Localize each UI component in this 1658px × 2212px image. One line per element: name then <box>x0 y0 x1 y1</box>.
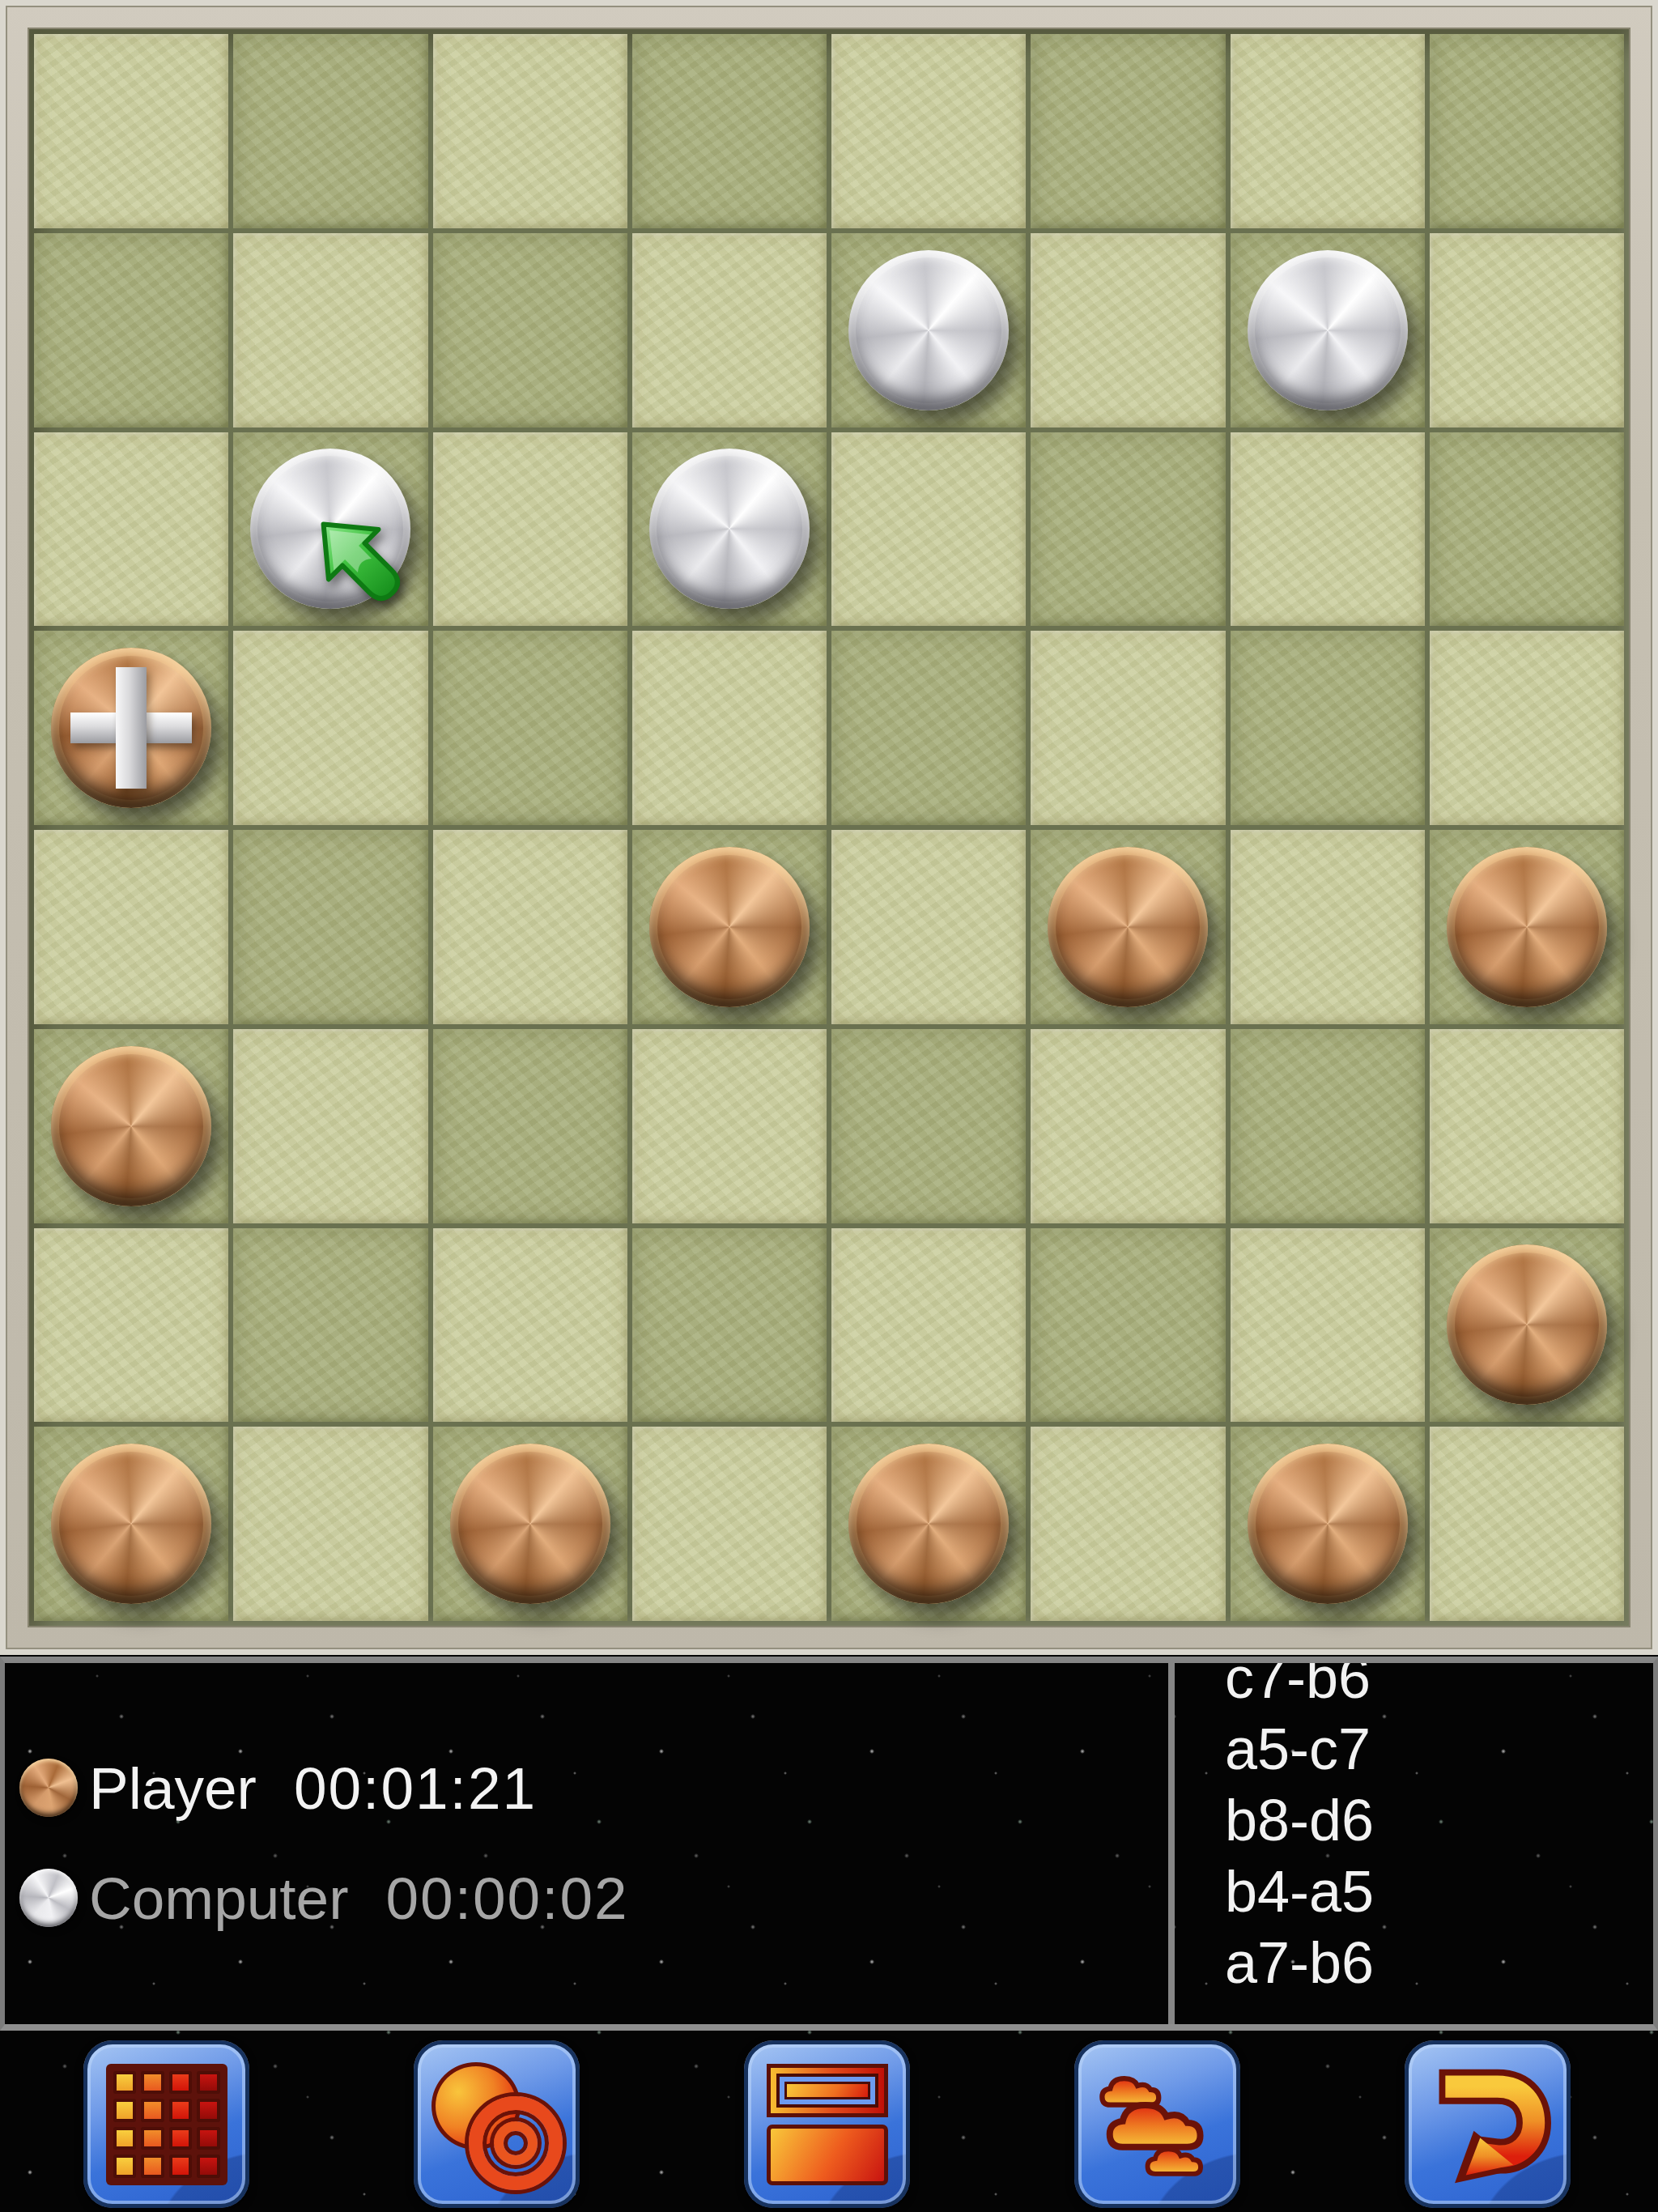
piece-copper-man[interactable] <box>450 1444 610 1604</box>
piece-copper-man[interactable] <box>1447 847 1607 1007</box>
player-time: 00:01:21 <box>294 1755 537 1822</box>
square-e7[interactable] <box>831 233 1026 428</box>
clocks-section: Player 00:01:21 Computer 00:00:02 <box>5 1663 1168 2024</box>
square-d5[interactable] <box>632 631 827 825</box>
square-c2[interactable] <box>433 1228 627 1423</box>
square-h6[interactable] <box>1430 432 1624 627</box>
square-f8[interactable] <box>1031 34 1225 228</box>
pieces-button[interactable] <box>414 2040 580 2208</box>
piece-copper-king[interactable] <box>51 648 211 808</box>
piece-copper-man[interactable] <box>1447 1244 1607 1405</box>
checkers-app-screen: Player 00:01:21 Computer 00:00:02 c7-b6 … <box>0 0 1658 2212</box>
move-entry: b8-d6 <box>1225 1784 1653 1856</box>
square-d6[interactable] <box>632 432 827 627</box>
square-a2[interactable] <box>34 1228 228 1423</box>
silver-disc-icon <box>19 1869 78 1927</box>
piece-silver-man[interactable] <box>848 250 1009 410</box>
square-d8[interactable] <box>632 34 827 228</box>
piece-copper-man[interactable] <box>51 1046 211 1206</box>
square-e2[interactable] <box>831 1228 1026 1423</box>
board-frame <box>0 0 1658 1655</box>
piece-copper-man[interactable] <box>649 847 810 1007</box>
player-clock-row: Player 00:01:21 <box>19 1749 1168 1827</box>
computer-time: 00:00:02 <box>386 1865 629 1932</box>
square-g3[interactable] <box>1231 1029 1425 1223</box>
clouds-icon <box>1093 2061 1222 2188</box>
square-f3[interactable] <box>1031 1029 1225 1223</box>
square-g5[interactable] <box>1231 631 1425 825</box>
square-f4[interactable] <box>1031 830 1225 1024</box>
square-b2[interactable] <box>233 1228 427 1423</box>
square-g1[interactable] <box>1231 1427 1425 1621</box>
piece-silver-man[interactable] <box>1248 250 1408 410</box>
online-play-button[interactable] <box>1074 2040 1240 2208</box>
computer-clock-row: Computer 00:00:02 <box>19 1859 1168 1937</box>
square-f1[interactable] <box>1031 1427 1225 1621</box>
stacked-rectangles-icon <box>767 2064 888 2185</box>
curved-arrow-icon <box>1423 2061 1553 2188</box>
move-entry: b4-a5 <box>1225 1856 1653 1927</box>
square-h2[interactable] <box>1430 1228 1624 1423</box>
square-b6[interactable] <box>233 432 427 627</box>
square-g4[interactable] <box>1231 830 1425 1024</box>
square-a1[interactable] <box>34 1427 228 1621</box>
square-d3[interactable] <box>632 1029 827 1223</box>
piece-copper-man[interactable] <box>51 1444 211 1604</box>
square-f5[interactable] <box>1031 631 1225 825</box>
square-h3[interactable] <box>1430 1029 1624 1223</box>
square-d2[interactable] <box>632 1228 827 1423</box>
square-e6[interactable] <box>831 432 1026 627</box>
square-e3[interactable] <box>831 1029 1026 1223</box>
square-c3[interactable] <box>433 1029 627 1223</box>
square-a5[interactable] <box>34 631 228 825</box>
move-entry: c7-b6 <box>1225 1663 1653 1713</box>
square-a7[interactable] <box>34 233 228 428</box>
square-c4[interactable] <box>433 830 627 1024</box>
square-d1[interactable] <box>632 1427 827 1621</box>
piece-copper-man[interactable] <box>1248 1444 1408 1604</box>
square-g7[interactable] <box>1231 233 1425 428</box>
board <box>29 29 1629 1626</box>
new-game-button[interactable] <box>83 2040 249 2208</box>
board-grid-icon <box>106 2064 227 2185</box>
square-a8[interactable] <box>34 34 228 228</box>
square-b8[interactable] <box>233 34 427 228</box>
square-d7[interactable] <box>632 233 827 428</box>
piece-copper-man[interactable] <box>1048 847 1208 1007</box>
square-h1[interactable] <box>1430 1427 1624 1621</box>
square-h4[interactable] <box>1430 830 1624 1024</box>
piece-copper-man[interactable] <box>848 1444 1009 1604</box>
square-c1[interactable] <box>433 1427 627 1621</box>
save-load-button[interactable] <box>744 2040 910 2208</box>
move-history-list[interactable]: c7-b6 a5-c7 b8-d6 b4-a5 a7-b6 <box>1168 1663 1653 2024</box>
square-b1[interactable] <box>233 1427 427 1621</box>
square-b7[interactable] <box>233 233 427 428</box>
toolbar <box>0 2031 1658 2212</box>
square-e8[interactable] <box>831 34 1026 228</box>
square-e1[interactable] <box>831 1427 1026 1621</box>
player-name: Player <box>89 1755 257 1822</box>
computer-name: Computer <box>89 1865 349 1932</box>
square-c5[interactable] <box>433 631 627 825</box>
square-g8[interactable] <box>1231 34 1425 228</box>
move-entry: a5-c7 <box>1225 1713 1653 1784</box>
square-a4[interactable] <box>34 830 228 1024</box>
move-entry: a7-b6 <box>1225 1927 1653 1998</box>
undo-button[interactable] <box>1405 2040 1571 2208</box>
square-g6[interactable] <box>1231 432 1425 627</box>
square-f7[interactable] <box>1031 233 1225 428</box>
square-e5[interactable] <box>831 631 1026 825</box>
square-b3[interactable] <box>233 1029 427 1223</box>
square-h5[interactable] <box>1430 631 1624 825</box>
info-panel: Player 00:01:21 Computer 00:00:02 c7-b6 … <box>0 1657 1658 2031</box>
square-a6[interactable] <box>34 432 228 627</box>
square-a3[interactable] <box>34 1029 228 1223</box>
square-b5[interactable] <box>233 631 427 825</box>
square-c7[interactable] <box>433 233 627 428</box>
square-d4[interactable] <box>632 830 827 1024</box>
piece-silver-man[interactable] <box>649 449 810 609</box>
square-b4[interactable] <box>233 830 427 1024</box>
last-move-arrow-icon <box>297 498 419 619</box>
square-h8[interactable] <box>1430 34 1624 228</box>
square-c8[interactable] <box>433 34 627 228</box>
square-g2[interactable] <box>1231 1228 1425 1423</box>
square-e4[interactable] <box>831 830 1026 1024</box>
square-c6[interactable] <box>433 432 627 627</box>
square-f6[interactable] <box>1031 432 1225 627</box>
square-h7[interactable] <box>1430 233 1624 428</box>
square-f2[interactable] <box>1031 1228 1225 1423</box>
copper-disc-icon <box>19 1759 78 1817</box>
disc-and-rings-icon <box>432 2059 563 2190</box>
